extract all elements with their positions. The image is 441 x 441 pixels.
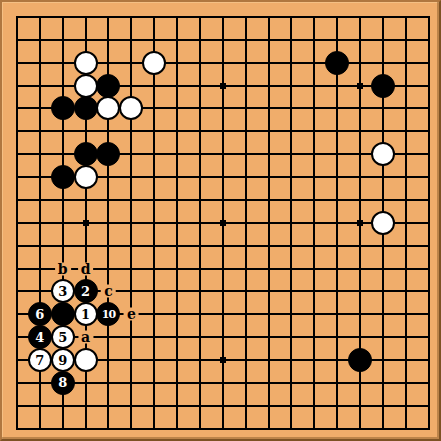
point-label-e: e (124, 308, 139, 321)
point-label-c: c (101, 285, 116, 298)
label-layer: abcde (2, 2, 439, 439)
point-label-b: b (55, 262, 71, 275)
point-label-d: d (78, 262, 94, 275)
point-label-a: a (78, 331, 93, 344)
go-board: 12345678910 abcde (0, 0, 441, 441)
